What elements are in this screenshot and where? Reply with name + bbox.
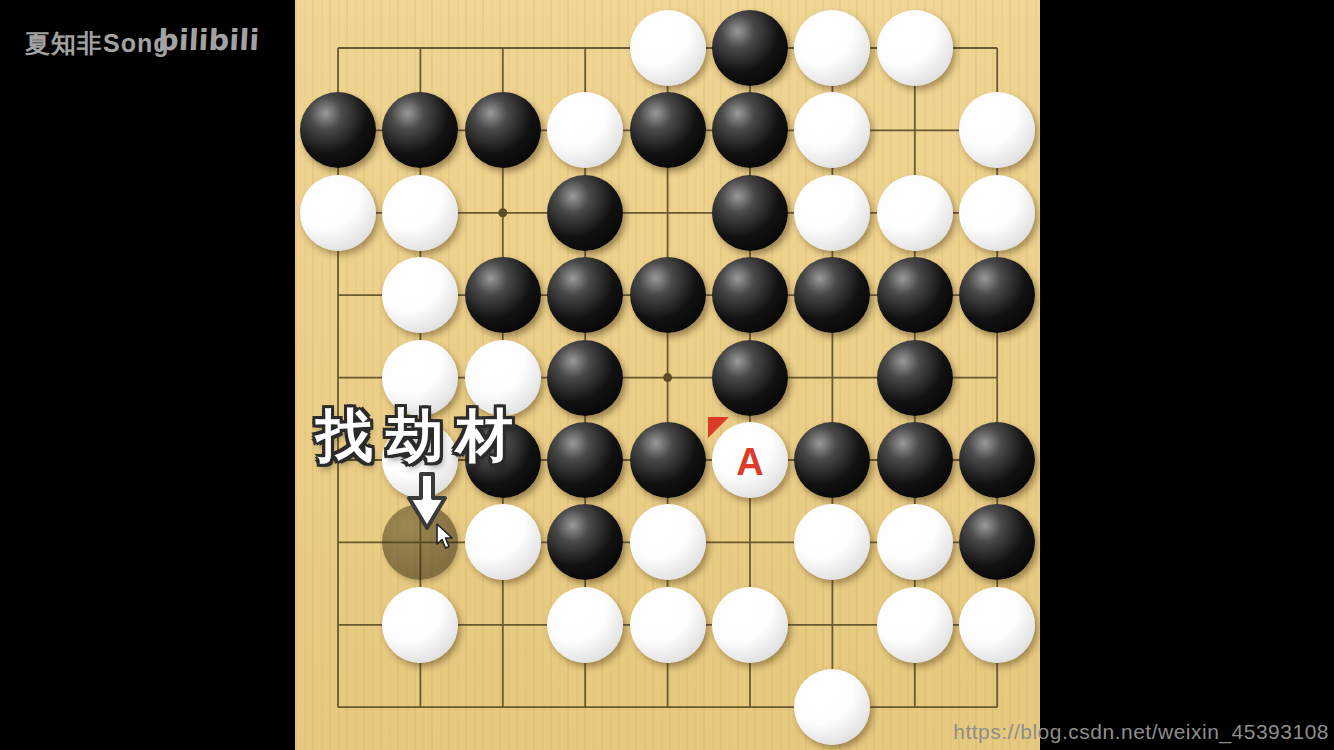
- black-stone: [547, 175, 623, 251]
- black-stone: [712, 175, 788, 251]
- annotation-text: 找劫材: [316, 398, 526, 475]
- white-stone: [877, 587, 953, 663]
- white-stone: [794, 504, 870, 580]
- marked-stone-A: A: [712, 422, 788, 498]
- white-stone: [382, 175, 458, 251]
- black-stone: [959, 504, 1035, 580]
- white-stone: [959, 175, 1035, 251]
- white-stone: [794, 92, 870, 168]
- black-stone: [382, 92, 458, 168]
- white-stone: [877, 504, 953, 580]
- black-stone: [712, 257, 788, 333]
- white-stone: [794, 10, 870, 86]
- black-stone: [630, 257, 706, 333]
- black-stone: [794, 422, 870, 498]
- white-stone: [794, 175, 870, 251]
- white-stone: [877, 10, 953, 86]
- video-frame: 夏知非Song bilibili A 找劫材 https://blog.csdn…: [0, 0, 1334, 750]
- black-stone: [465, 92, 541, 168]
- black-stone: [877, 422, 953, 498]
- white-stone: [877, 175, 953, 251]
- channel-name: 夏知非Song: [25, 27, 170, 60]
- white-stone: [630, 587, 706, 663]
- white-stone: [547, 92, 623, 168]
- white-stone: [630, 10, 706, 86]
- black-stone: [794, 257, 870, 333]
- black-stone: [877, 340, 953, 416]
- black-stone: [547, 422, 623, 498]
- black-stone: [712, 10, 788, 86]
- black-stone: [959, 422, 1035, 498]
- black-stone: [712, 92, 788, 168]
- bilibili-logo: bilibili: [157, 23, 260, 57]
- white-stone: [300, 175, 376, 251]
- watermark-url: https://blog.csdn.net/weixin_45393108: [953, 720, 1329, 744]
- black-stone: [547, 504, 623, 580]
- black-stone: [300, 92, 376, 168]
- stone-label-A: A: [712, 422, 788, 498]
- black-stone: [877, 257, 953, 333]
- mouse-cursor-icon: [435, 523, 455, 551]
- white-stone: [712, 587, 788, 663]
- black-stone: [959, 257, 1035, 333]
- black-stone: [712, 340, 788, 416]
- white-stone: [382, 587, 458, 663]
- white-stone: [959, 587, 1035, 663]
- black-stone: [630, 92, 706, 168]
- white-stone: [794, 669, 870, 745]
- black-stone: [547, 257, 623, 333]
- white-stone: [382, 257, 458, 333]
- black-stone: [630, 422, 706, 498]
- black-stone: [547, 340, 623, 416]
- black-stone: [465, 257, 541, 333]
- white-stone: [959, 92, 1035, 168]
- white-stone: [465, 504, 541, 580]
- white-stone: [547, 587, 623, 663]
- white-stone: [630, 504, 706, 580]
- go-board[interactable]: A: [295, 0, 1040, 750]
